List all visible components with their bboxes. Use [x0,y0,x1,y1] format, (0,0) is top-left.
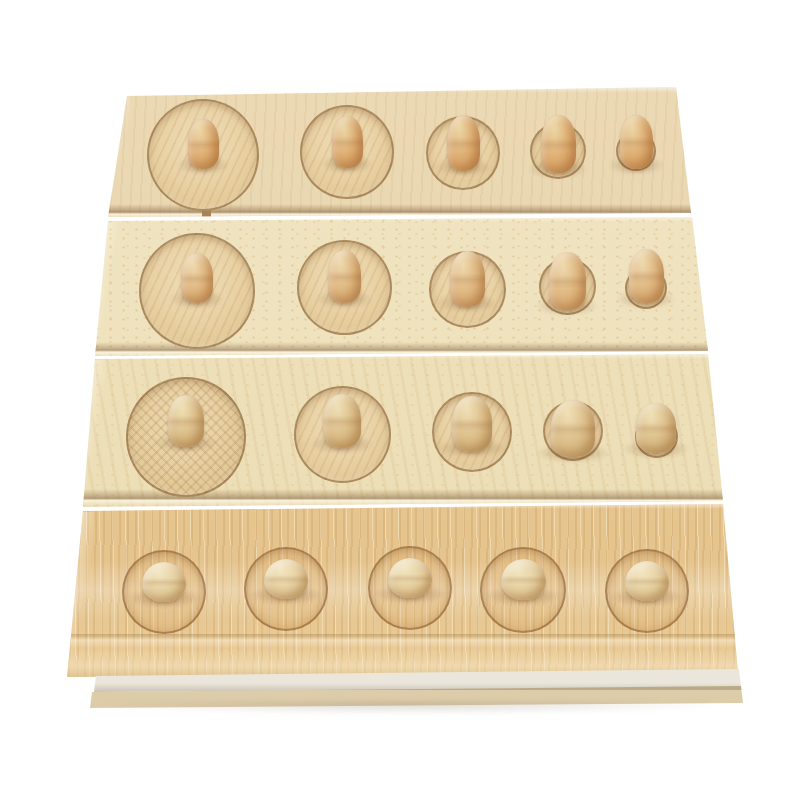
scene [0,0,801,800]
block-3-detail-1 [76,360,106,510]
block-1-detail-0 [100,87,700,93]
cylinder-r1c1[interactable] [188,119,219,169]
cylinder-r2c3[interactable] [450,251,485,307]
cylinder-r3c3[interactable] [452,396,492,452]
cylinder-r4c2[interactable] [264,559,308,599]
cylinder-r1c5[interactable] [620,115,653,169]
cylinder-r2c4[interactable] [549,252,586,310]
block-2-detail-0 [90,217,705,222]
cylinder-r2c5[interactable] [629,249,664,303]
cylinder-r4c1[interactable] [142,562,186,602]
block-2-detail-1 [88,222,118,362]
cylinder-r3c2[interactable] [323,394,361,448]
cylinder-r1c2[interactable] [332,116,363,168]
cylinder-r4c5[interactable] [625,561,669,601]
cylinder-r3c5[interactable] [636,403,676,453]
cylinder-r1c4[interactable] [541,115,576,173]
cylinder-r2c2[interactable] [328,250,361,303]
cylinder-r2c1[interactable] [181,253,213,303]
cylinder-r4c4[interactable] [501,559,546,600]
cylinder-r1c3[interactable] [447,115,480,171]
cylinder-r3c1[interactable] [168,395,204,447]
ground-shadow [110,701,710,714]
block-1-detail-1 [100,90,130,220]
cylinder-r3c4[interactable] [551,400,595,457]
cylinder-r4c3[interactable] [388,558,432,598]
